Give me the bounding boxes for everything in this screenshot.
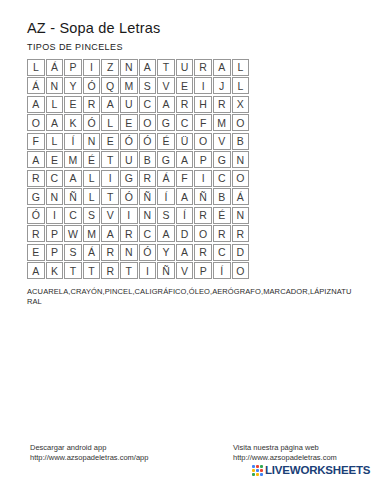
- grid-cell-r2c9[interactable]: E: [176, 77, 194, 94]
- grid-cell-r3c10[interactable]: H: [194, 96, 212, 113]
- grid-cell-r11c5[interactable]: R: [101, 244, 119, 261]
- grid-cell-r11c1[interactable]: E: [27, 244, 45, 261]
- word-list: ACUARELA,CRAYÓN,PINCEL,CALIGRÁFICO,ÓLEO,…: [27, 287, 352, 307]
- grid-cell-r12c9[interactable]: V: [176, 262, 194, 279]
- grid-cell-r9c6[interactable]: I: [120, 207, 138, 224]
- grid-cell-r1c1[interactable]: L: [27, 59, 45, 76]
- grid-cell-r2c4[interactable]: Ó: [83, 77, 101, 94]
- grid-cell-r3c5[interactable]: A: [101, 96, 119, 113]
- grid-cell-r7c6[interactable]: G: [120, 170, 138, 187]
- grid-cell-r3c2[interactable]: L: [46, 96, 64, 113]
- grid-cell-r10c5[interactable]: A: [101, 225, 119, 242]
- grid-cell-r6c1[interactable]: A: [27, 151, 45, 168]
- grid-cell-r10c3[interactable]: W: [64, 225, 82, 242]
- grid-cell-r2c12[interactable]: L: [232, 77, 250, 94]
- grid-cell-r11c11[interactable]: C: [213, 244, 231, 261]
- grid-cell-r5c3[interactable]: Í: [64, 133, 82, 150]
- word-list-line-1: ACUARELA,CRAYÓN,PINCEL,CALIGRÁFICO,ÓLEO,…: [27, 287, 352, 297]
- grid-cell-r9c9[interactable]: Í: [176, 207, 194, 224]
- grid-cell-r6c12[interactable]: N: [232, 151, 250, 168]
- grid-cell-r8c5[interactable]: T: [101, 188, 119, 205]
- grid-cell-r4c6[interactable]: E: [120, 114, 138, 131]
- grid-cell-r3c12[interactable]: X: [232, 96, 250, 113]
- grid-cell-r6c10[interactable]: P: [194, 151, 212, 168]
- grid-cell-r2c2[interactable]: N: [46, 77, 64, 94]
- grid-cell-r4c11[interactable]: M: [213, 114, 231, 131]
- grid-cell-r1c12[interactable]: L: [232, 59, 250, 76]
- grid-cell-r11c8[interactable]: Y: [157, 244, 175, 261]
- grid-cell-r9c7[interactable]: N: [139, 207, 157, 224]
- grid-cell-r11c2[interactable]: P: [46, 244, 64, 261]
- grid-cell-r8c6[interactable]: Ó: [120, 188, 138, 205]
- grid-cell-r1c3[interactable]: P: [64, 59, 82, 76]
- grid-cell-r9c3[interactable]: C: [64, 207, 82, 224]
- grid-cell-r6c3[interactable]: M: [64, 151, 82, 168]
- grid-cell-r6c5[interactable]: T: [101, 151, 119, 168]
- grid-cell-r12c3[interactable]: T: [64, 262, 82, 279]
- grid-cell-r2c5[interactable]: Q: [101, 77, 119, 94]
- grid-cell-r11c10[interactable]: R: [194, 244, 212, 261]
- grid-cell-r6c2[interactable]: E: [46, 151, 64, 168]
- grid-cell-r11c6[interactable]: N: [120, 244, 138, 261]
- grid-cell-r1c9[interactable]: U: [176, 59, 194, 76]
- grid-cell-r8c9[interactable]: A: [176, 188, 194, 205]
- grid-cell-r12c1[interactable]: A: [27, 262, 45, 279]
- grid-cell-r6c11[interactable]: G: [213, 151, 231, 168]
- grid-cell-r6c9[interactable]: A: [176, 151, 194, 168]
- page-title: AZ - Sopa de Letras: [27, 20, 161, 36]
- grid-cell-r8c7[interactable]: Ñ: [139, 188, 157, 205]
- grid-cell-r2c6[interactable]: M: [120, 77, 138, 94]
- grid-cell-r11c4[interactable]: Á: [83, 244, 101, 261]
- grid-cell-r1c10[interactable]: R: [194, 59, 212, 76]
- liveworksheets-logo-text: LIVEWORKSHEETS: [265, 464, 370, 476]
- grid-cell-r2c1[interactable]: Á: [27, 77, 45, 94]
- grid-cell-r7c3[interactable]: A: [64, 170, 82, 187]
- grid-cell-r5c9[interactable]: Ü: [176, 133, 194, 150]
- grid-cell-r9c5[interactable]: V: [101, 207, 119, 224]
- grid-cell-r8c4[interactable]: L: [83, 188, 101, 205]
- grid-cell-r6c6[interactable]: U: [120, 151, 138, 168]
- grid-cell-r10c9[interactable]: D: [176, 225, 194, 242]
- grid-cell-r3c1[interactable]: A: [27, 96, 45, 113]
- grid-cell-r9c8[interactable]: S: [157, 207, 175, 224]
- grid-cell-r1c6[interactable]: N: [120, 59, 138, 76]
- grid-cell-r7c2[interactable]: C: [46, 170, 64, 187]
- grid-cell-r11c9[interactable]: A: [176, 244, 194, 261]
- grid-cell-r5c7[interactable]: Ó: [139, 133, 157, 150]
- grid-cell-r1c2[interactable]: Á: [46, 59, 64, 76]
- grid-cell-r7c4[interactable]: L: [83, 170, 101, 187]
- grid-cell-r4c12[interactable]: O: [232, 114, 250, 131]
- grid-cell-r12c4[interactable]: T: [83, 262, 101, 279]
- grid-cell-r10c6[interactable]: R: [120, 225, 138, 242]
- grid-cell-r3c8[interactable]: A: [157, 96, 175, 113]
- grid-cell-r2c10[interactable]: I: [194, 77, 212, 94]
- word-search-grid: LÁPIZNATURALÁNYÓQMSVEIJLALERAUCARHRXOAKÓ…: [27, 59, 249, 279]
- grid-cell-r9c1[interactable]: Ó: [27, 207, 45, 224]
- grid-cell-r10c4[interactable]: M: [83, 225, 101, 242]
- grid-cell-r1c5[interactable]: Z: [101, 59, 119, 76]
- grid-cell-r10c8[interactable]: A: [157, 225, 175, 242]
- grid-cell-r10c11[interactable]: R: [213, 225, 231, 242]
- grid-cell-r12c5[interactable]: R: [101, 262, 119, 279]
- grid-cell-r3c7[interactable]: C: [139, 96, 157, 113]
- grid-cell-r2c11[interactable]: J: [213, 77, 231, 94]
- grid-cell-r4c7[interactable]: O: [139, 114, 157, 131]
- grid-cell-r12c8[interactable]: Ñ: [157, 262, 175, 279]
- grid-cell-r5c6[interactable]: Ó: [120, 133, 138, 150]
- grid-cell-r5c8[interactable]: É: [157, 133, 175, 150]
- grid-cell-r5c5[interactable]: E: [101, 133, 119, 150]
- word-list-line-2: RAL: [27, 297, 352, 307]
- grid-cell-r8c11[interactable]: B: [213, 188, 231, 205]
- footer-website: Visita nuestra página web http://www.azs…: [233, 443, 337, 463]
- grid-cell-r10c7[interactable]: C: [139, 225, 157, 242]
- grid-cell-r5c10[interactable]: O: [194, 133, 212, 150]
- grid-cell-r8c2[interactable]: N: [46, 188, 64, 205]
- grid-cell-r6c8[interactable]: G: [157, 151, 175, 168]
- grid-cell-r9c12[interactable]: N: [232, 207, 250, 224]
- grid-cell-r7c10[interactable]: I: [194, 170, 212, 187]
- grid-cell-r12c2[interactable]: K: [46, 262, 64, 279]
- grid-cell-r5c4[interactable]: N: [83, 133, 101, 150]
- grid-cell-r5c11[interactable]: V: [213, 133, 231, 150]
- grid-cell-r7c9[interactable]: F: [176, 170, 194, 187]
- grid-cell-r4c5[interactable]: L: [101, 114, 119, 131]
- grid-cell-r11c7[interactable]: Ó: [139, 244, 157, 261]
- grid-cell-r7c12[interactable]: O: [232, 170, 250, 187]
- grid-cell-r9c2[interactable]: I: [46, 207, 64, 224]
- grid-cell-r12c6[interactable]: T: [120, 262, 138, 279]
- grid-cell-r8c12[interactable]: Á: [232, 188, 250, 205]
- footer-website-url: http://www.azsopadeletras.com: [233, 453, 337, 463]
- grid-cell-r3c11[interactable]: R: [213, 96, 231, 113]
- grid-cell-r7c7[interactable]: R: [139, 170, 157, 187]
- grid-cell-r4c10[interactable]: F: [194, 114, 212, 131]
- grid-cell-r3c9[interactable]: R: [176, 96, 194, 113]
- grid-cell-r10c10[interactable]: O: [194, 225, 212, 242]
- footer-website-label: Visita nuestra página web: [233, 443, 337, 453]
- puzzle-topic: TIPOS DE PINCELES: [27, 42, 123, 52]
- grid-cell-r4c9[interactable]: C: [176, 114, 194, 131]
- grid-cell-r7c5[interactable]: I: [101, 170, 119, 187]
- grid-cell-r9c4[interactable]: S: [83, 207, 101, 224]
- grid-cell-r12c10[interactable]: P: [194, 262, 212, 279]
- grid-cell-r8c8[interactable]: Í: [157, 188, 175, 205]
- grid-cell-r10c2[interactable]: P: [46, 225, 64, 242]
- grid-cell-r8c3[interactable]: Ñ: [64, 188, 82, 205]
- grid-cell-r1c7[interactable]: A: [139, 59, 157, 76]
- grid-cell-r1c11[interactable]: A: [213, 59, 231, 76]
- grid-cell-r10c1[interactable]: R: [27, 225, 45, 242]
- liveworksheets-logo: LIVEWORKSHEETS: [252, 464, 370, 476]
- footer-android-app-label: Descargar android app: [30, 443, 148, 453]
- grid-cell-r5c12[interactable]: B: [232, 133, 250, 150]
- grid-cell-r2c3[interactable]: Y: [64, 77, 82, 94]
- grid-cell-r8c1[interactable]: G: [27, 188, 45, 205]
- grid-cell-r11c12[interactable]: D: [232, 244, 250, 261]
- grid-cell-r9c10[interactable]: R: [194, 207, 212, 224]
- grid-cell-r4c8[interactable]: G: [157, 114, 175, 131]
- grid-cell-r10c12[interactable]: R: [232, 225, 250, 242]
- grid-cell-r1c4[interactable]: I: [83, 59, 101, 76]
- liveworksheets-grid-icon: [252, 465, 263, 476]
- grid-cell-r8c10[interactable]: Ñ: [194, 188, 212, 205]
- grid-cell-r6c7[interactable]: B: [139, 151, 157, 168]
- grid-cell-r5c2[interactable]: L: [46, 133, 64, 150]
- grid-cell-r12c11[interactable]: Í: [213, 262, 231, 279]
- grid-cell-r7c8[interactable]: Á: [157, 170, 175, 187]
- grid-cell-r4c4[interactable]: Ó: [83, 114, 101, 131]
- grid-cell-r5c1[interactable]: F: [27, 133, 45, 150]
- grid-cell-r7c11[interactable]: C: [213, 170, 231, 187]
- grid-cell-r3c6[interactable]: U: [120, 96, 138, 113]
- grid-cell-r1c8[interactable]: T: [157, 59, 175, 76]
- grid-cell-r4c1[interactable]: O: [27, 114, 45, 131]
- grid-cell-r7c1[interactable]: R: [27, 170, 45, 187]
- grid-cell-r11c3[interactable]: S: [64, 244, 82, 261]
- grid-cell-r12c7[interactable]: I: [139, 262, 157, 279]
- grid-cell-r4c2[interactable]: A: [46, 114, 64, 131]
- grid-cell-r2c7[interactable]: S: [139, 77, 157, 94]
- grid-cell-r3c4[interactable]: R: [83, 96, 101, 113]
- footer-android-app: Descargar android app http://www.azsopad…: [30, 443, 148, 463]
- grid-cell-r9c11[interactable]: É: [213, 207, 231, 224]
- grid-cell-r12c12[interactable]: O: [232, 262, 250, 279]
- grid-cell-r3c3[interactable]: E: [64, 96, 82, 113]
- grid-cell-r2c8[interactable]: V: [157, 77, 175, 94]
- footer-android-app-url: http://www.azsopadeletras.com/app: [30, 453, 148, 463]
- grid-cell-r6c4[interactable]: É: [83, 151, 101, 168]
- grid-cell-r4c3[interactable]: K: [64, 114, 82, 131]
